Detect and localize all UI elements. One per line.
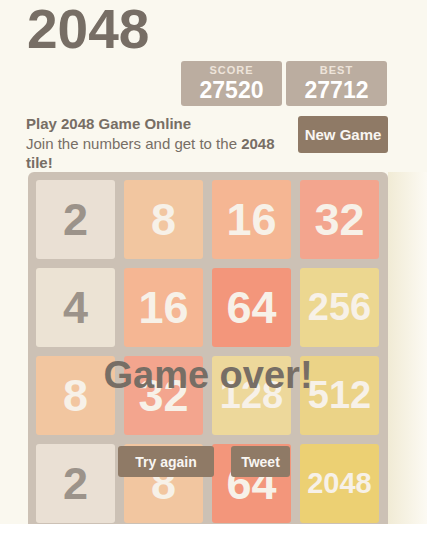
- tile-r4c4-2048: 2048: [300, 444, 379, 523]
- best-label: BEST: [320, 64, 353, 77]
- tile-r2c2-16: 16: [124, 268, 203, 347]
- page-title: 2048: [27, 0, 149, 60]
- tile-r4c1-2: 2: [36, 444, 115, 523]
- tile-r2c4-256: 256: [300, 268, 379, 347]
- intro-line2-prefix: Join the numbers and get to the: [26, 135, 241, 152]
- tile-r2c3-64: 64: [212, 268, 291, 347]
- best-box: BEST 27712: [286, 61, 387, 106]
- score-label: SCORE: [209, 64, 253, 77]
- score-panel: SCORE 27520 BEST 27712: [181, 61, 387, 106]
- try-again-button[interactable]: Try again: [118, 446, 214, 477]
- tile-r1c3-16: 16: [212, 180, 291, 259]
- right-background-fade: [388, 172, 427, 524]
- intro-text: Play 2048 Game Online Join the numbers a…: [26, 114, 296, 173]
- best-value: 27712: [305, 77, 369, 103]
- game-board: 2816324166425683212851228642048 Game ove…: [28, 172, 388, 532]
- tile-r2c1-4: 4: [36, 268, 115, 347]
- score-value: 27520: [200, 77, 264, 103]
- tile-grid: 2816324166425683212851228642048: [28, 172, 388, 532]
- page: 2048 SCORE 27520 BEST 27712 Play 2048 Ga…: [0, 0, 427, 547]
- tile-r1c2-8: 8: [124, 180, 203, 259]
- intro-line2: Join the numbers and get to the 2048 til…: [26, 134, 296, 173]
- tile-r1c4-32: 32: [300, 180, 379, 259]
- tweet-button[interactable]: Tweet: [231, 446, 290, 477]
- new-game-button[interactable]: New Game: [298, 116, 388, 153]
- viewport-bottom-strip: [0, 524, 427, 547]
- score-box: SCORE 27520: [181, 61, 282, 106]
- intro-line1: Play 2048 Game Online: [26, 114, 296, 134]
- game-over-message: Game over!: [28, 353, 388, 397]
- tile-r1c1-2: 2: [36, 180, 115, 259]
